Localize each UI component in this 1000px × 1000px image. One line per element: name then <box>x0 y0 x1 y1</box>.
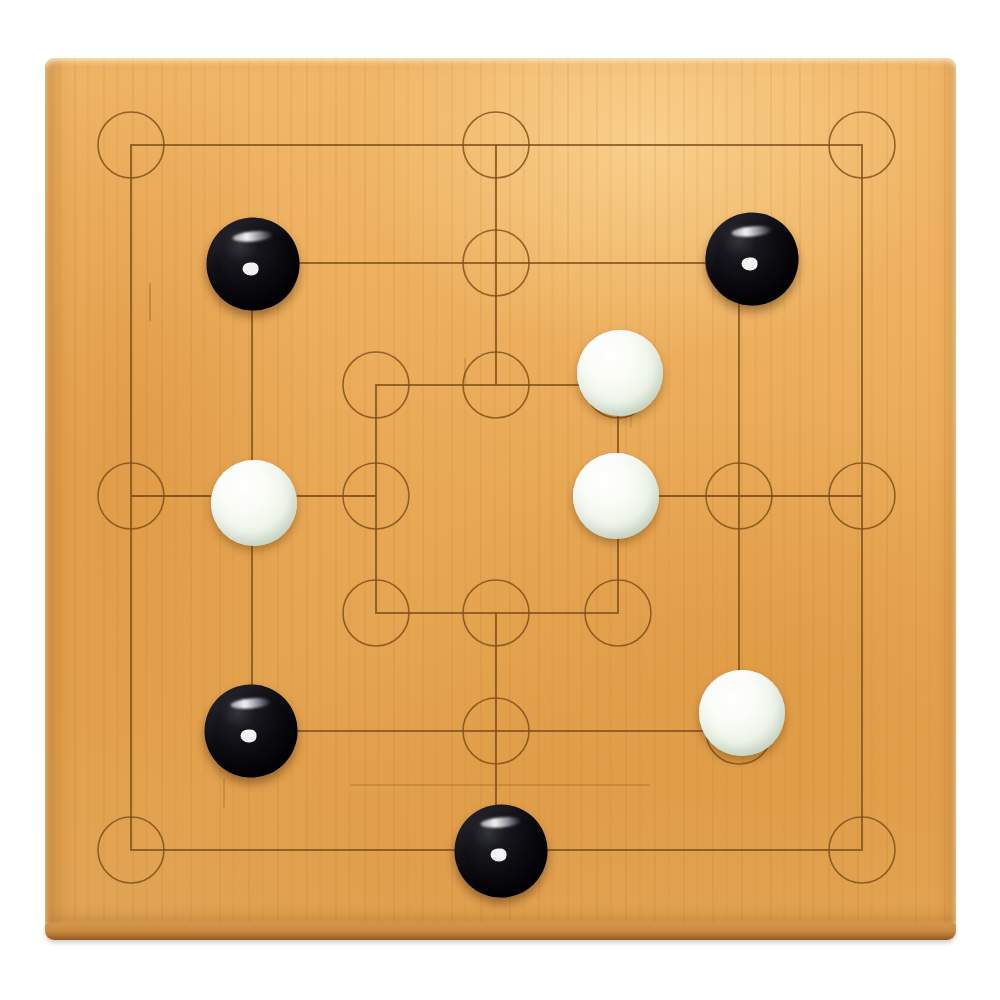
cell-e5: ○ <box>558 324 680 441</box>
white-stone-glyph: ○ <box>699 670 700 671</box>
grid-cell-unused <box>192 324 313 441</box>
cell-b4: ○ <box>192 441 313 555</box>
grid-cell-unused <box>192 555 313 672</box>
grid-cell-unused <box>71 555 192 672</box>
black-stone-d1[interactable]: ● <box>455 804 548 897</box>
black-stone-b6[interactable]: ● <box>206 218 299 311</box>
specular-highlight <box>242 262 258 275</box>
specular-highlight <box>480 816 522 830</box>
black-stone-b2[interactable]: ● <box>204 685 297 778</box>
grid-cell-unused <box>558 85 680 204</box>
cell-d1: ● <box>436 790 558 911</box>
grid-cell-unused <box>680 85 801 204</box>
point-a7[interactable] <box>99 112 165 178</box>
cell-b6: ● <box>192 204 313 324</box>
grid-cell-unused <box>801 324 923 441</box>
grid-cell-unused <box>801 555 923 672</box>
cell-d7 <box>436 85 558 204</box>
grid-cell-unused <box>71 672 192 790</box>
black-stone-glyph: ● <box>455 804 456 805</box>
point-d5[interactable] <box>464 350 530 416</box>
cell-c4 <box>313 441 436 555</box>
cell-d2 <box>436 672 558 790</box>
grid-cell-unused <box>436 441 558 555</box>
point-d2[interactable] <box>464 698 530 764</box>
white-stone-f2[interactable]: ○ <box>699 670 785 756</box>
grid-cell-unused <box>680 555 801 672</box>
cell-a4 <box>71 441 192 555</box>
white-stone-glyph: ○ <box>577 330 578 331</box>
grid-cell-unused <box>680 324 801 441</box>
cell-f4 <box>680 441 801 555</box>
point-c5[interactable] <box>342 350 408 416</box>
cell-d5 <box>436 324 558 441</box>
point-e3[interactable] <box>586 581 652 647</box>
point-a1[interactable] <box>99 818 165 884</box>
cell-g1 <box>801 790 923 911</box>
cell-a7 <box>71 85 192 204</box>
cell-d3 <box>436 555 558 672</box>
cell-c3 <box>313 555 436 672</box>
nine-mens-morris-board: ●●○○○●○● <box>45 58 956 940</box>
grid-cell-unused <box>801 204 923 324</box>
grid-cell-unused <box>558 672 680 790</box>
cell-e3 <box>558 555 680 672</box>
point-a4[interactable] <box>99 465 165 531</box>
photo-background: ●●○○○●○● <box>0 0 1000 1000</box>
black-stone-f6[interactable]: ● <box>705 213 798 306</box>
black-stone-glyph: ● <box>204 685 205 686</box>
grid-cell-unused <box>71 204 192 324</box>
cell-g4 <box>801 441 923 555</box>
grid-cell-unused <box>558 204 680 324</box>
point-c3[interactable] <box>342 581 408 647</box>
white-stone-b4[interactable]: ○ <box>211 460 297 546</box>
point-d6[interactable] <box>464 231 530 297</box>
grid-cell-unused <box>801 672 923 790</box>
grid-cell-unused <box>192 790 313 911</box>
board-face: ●●○○○●○● <box>45 58 956 923</box>
grid-cell-unused <box>558 790 680 911</box>
grid-cell-unused <box>313 790 436 911</box>
point-d7[interactable] <box>464 112 530 178</box>
specular-highlight <box>491 849 507 862</box>
point-d3[interactable] <box>464 581 530 647</box>
grid-cell-unused <box>192 85 313 204</box>
point-c4[interactable] <box>342 465 408 531</box>
white-stone-glyph: ○ <box>573 453 574 454</box>
cell-a1 <box>71 790 192 911</box>
grid-cell-unused <box>71 324 192 441</box>
grid-cell-unused <box>313 672 436 790</box>
white-stone-e5[interactable]: ○ <box>577 330 663 416</box>
cell-f2: ○ <box>680 672 801 790</box>
board-front-edge <box>45 923 956 940</box>
cell-g7 <box>801 85 923 204</box>
points-grid: ●●○○○●○● <box>71 85 923 911</box>
specular-highlight <box>731 225 773 239</box>
grid-cell-unused <box>313 204 436 324</box>
point-f4[interactable] <box>708 465 774 531</box>
black-stone-glyph: ● <box>705 213 706 214</box>
white-stone-e4[interactable]: ○ <box>573 453 659 539</box>
specular-highlight <box>240 729 256 742</box>
cell-d6 <box>436 204 558 324</box>
cell-f6: ● <box>680 204 801 324</box>
point-g7[interactable] <box>829 112 895 178</box>
point-g4[interactable] <box>829 465 895 531</box>
grid-cell-unused <box>313 85 436 204</box>
point-g1[interactable] <box>829 818 895 884</box>
specular-highlight <box>741 257 757 270</box>
black-stone-glyph: ● <box>206 218 207 219</box>
white-stone-glyph: ○ <box>211 460 212 461</box>
grid-cell-unused <box>680 790 801 911</box>
specular-highlight <box>232 230 274 244</box>
cell-b2: ● <box>192 672 313 790</box>
specular-highlight <box>230 697 272 711</box>
cell-c5 <box>313 324 436 441</box>
cell-e4: ○ <box>558 441 680 555</box>
